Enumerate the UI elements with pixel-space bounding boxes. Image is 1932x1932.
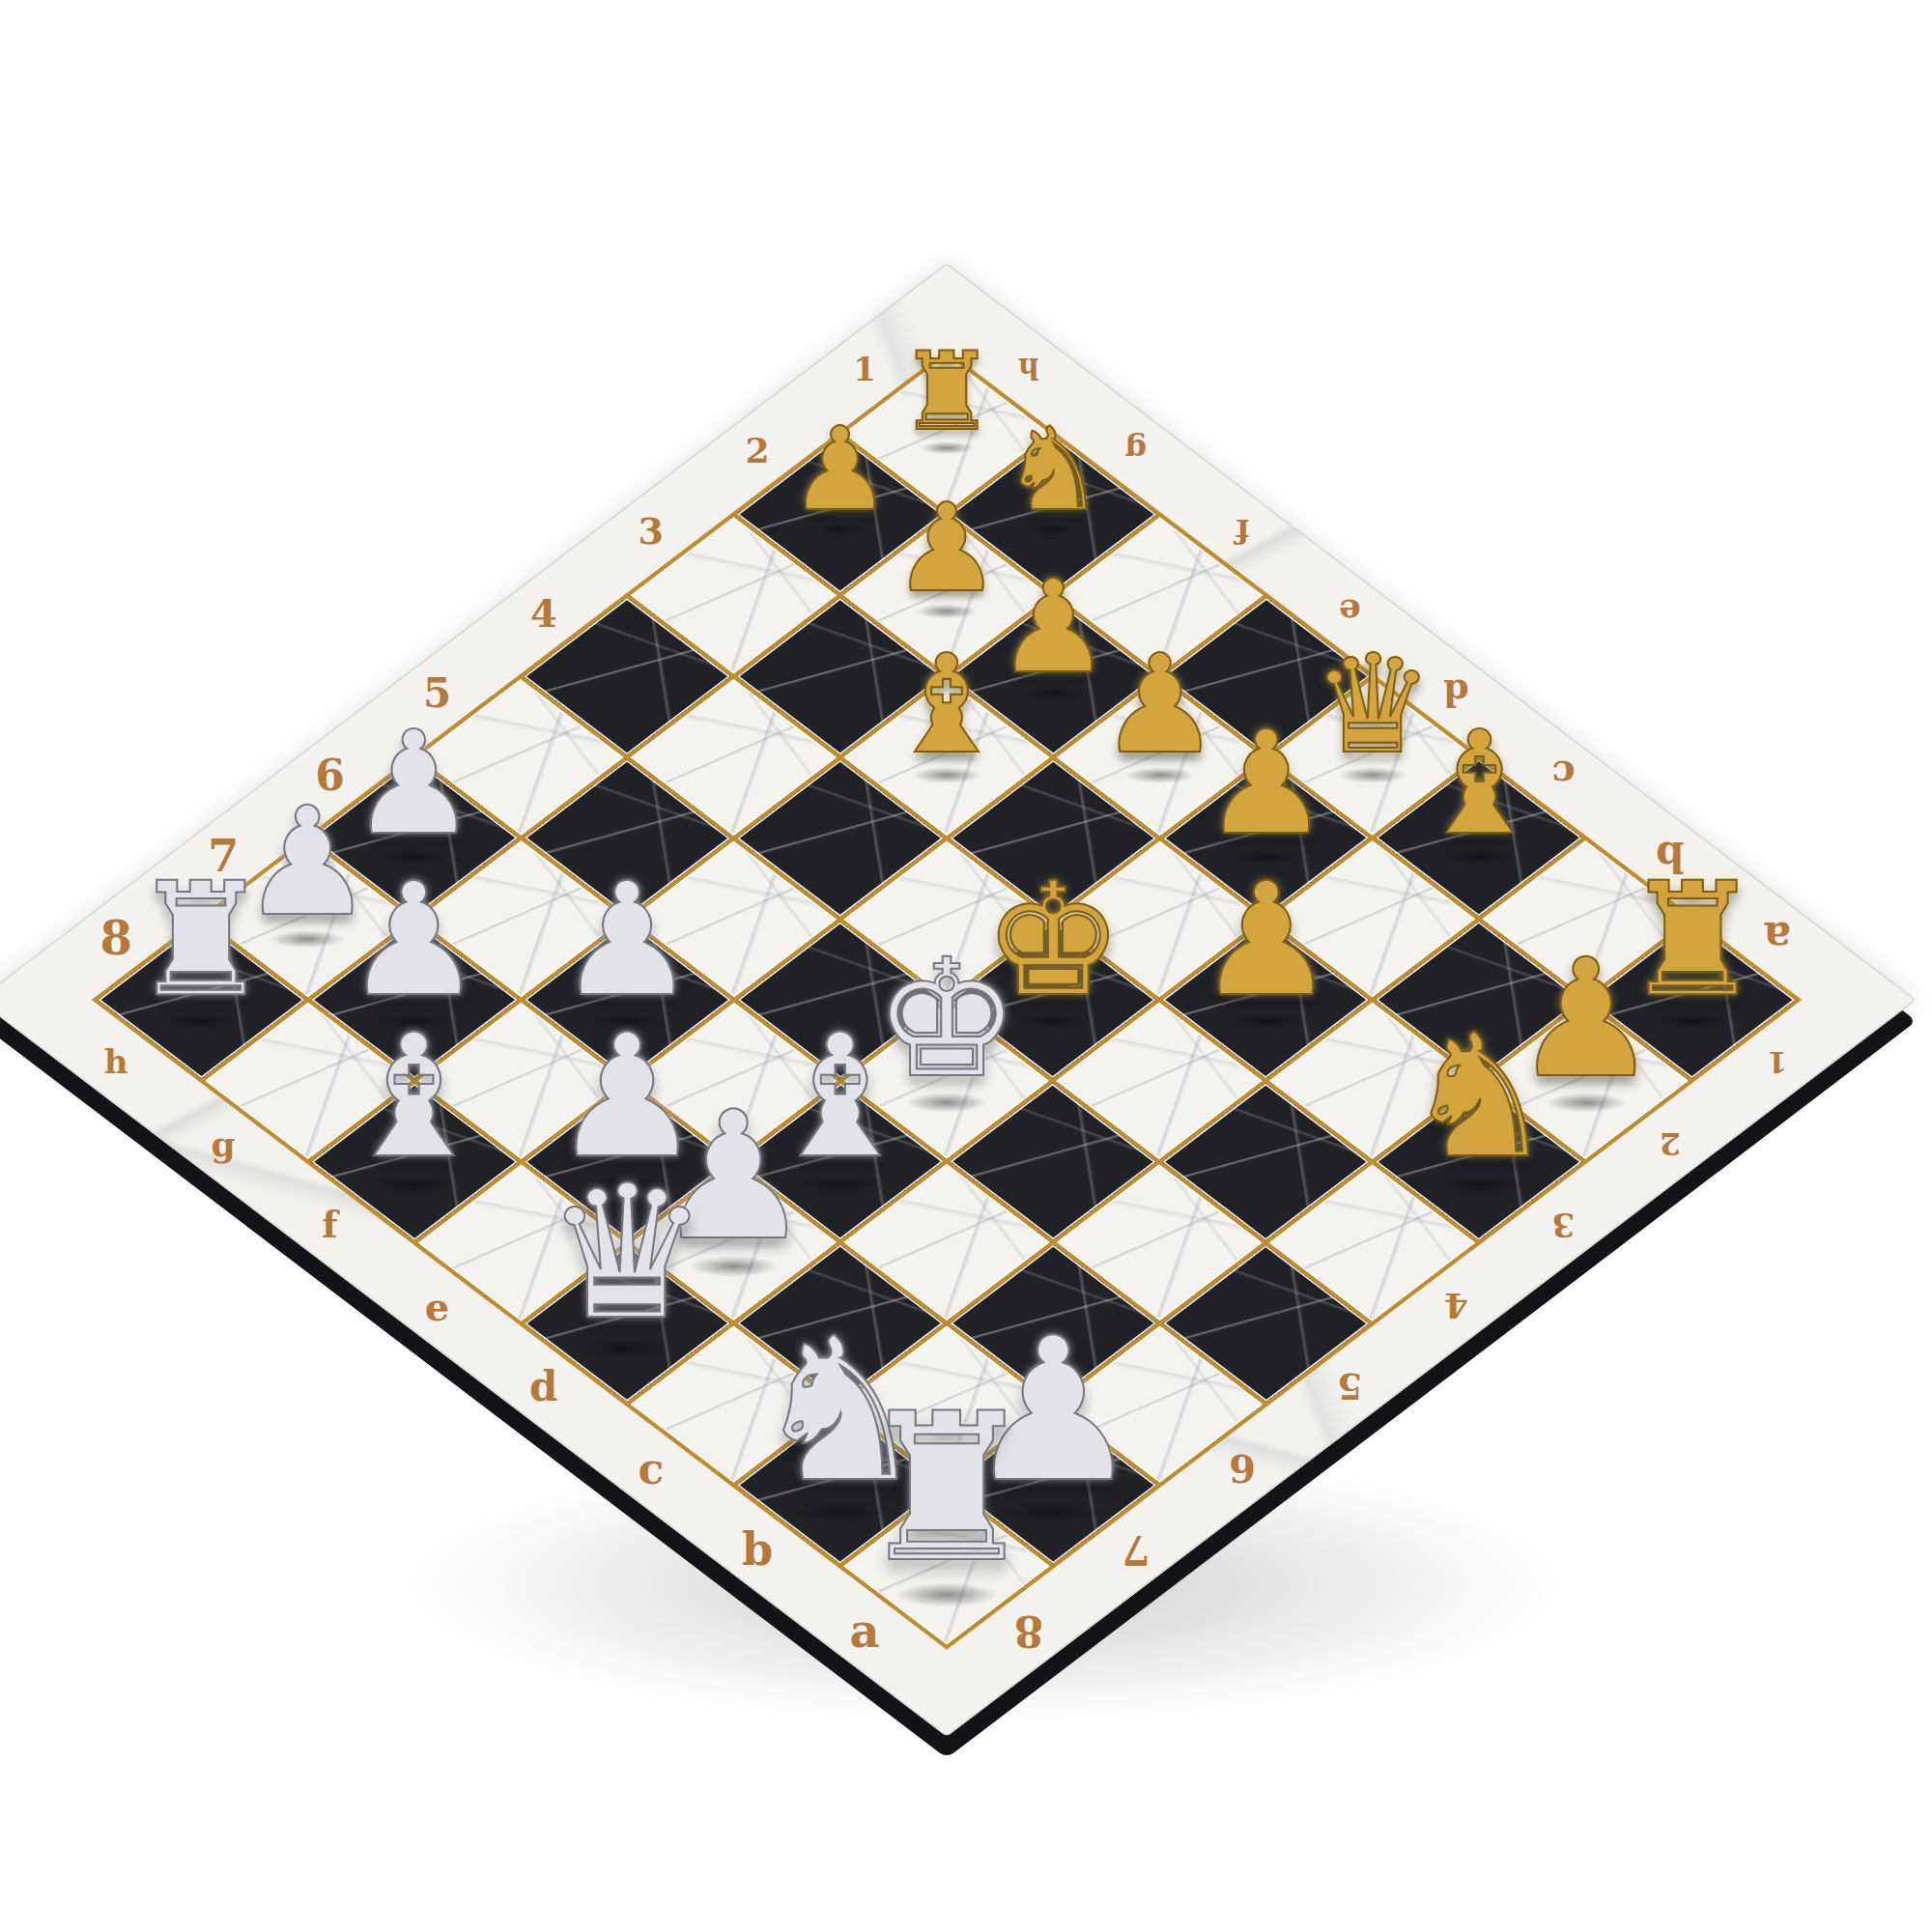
- silver-rook-glyph: ♜: [855, 1386, 1038, 1591]
- gold-pawn-glyph: ♟: [1202, 712, 1330, 855]
- gold-pawn-glyph: ♟: [1196, 862, 1336, 1018]
- piece-contact-shadow: [1111, 764, 1209, 787]
- gold-knight-glyph: ♞: [1403, 1012, 1555, 1182]
- piece-contact-shadow: [873, 1577, 1021, 1611]
- gold-knight-glyph: ♞: [1002, 413, 1105, 528]
- piece-contact-shadow: [908, 439, 986, 457]
- gold-rook-glyph: ♜: [898, 338, 995, 446]
- piece-contact-shadow: [1418, 1170, 1541, 1199]
- piece-contact-shadow: [1323, 764, 1422, 787]
- silver-queen-glyph: ♛: [545, 1161, 710, 1346]
- silver-bishop-glyph: ♝: [338, 1012, 491, 1182]
- piece-contact-shadow: [145, 1008, 258, 1035]
- product-photo-stage: ♜♞♛♝♜♟♟♟♟♟♟♝♟♞♚♚♟♟♝♟♟♟♟♟♜♝♛♞♜ 1hh12gg23f…: [0, 0, 1932, 1932]
- silver-rook-glyph: ♜: [131, 862, 271, 1018]
- gold-pawn-glyph: ♟: [996, 563, 1111, 692]
- piece-contact-shadow: [561, 1333, 695, 1364]
- gold-pawn-glyph: ♟: [788, 413, 892, 528]
- piece-contact-shadow: [897, 764, 996, 787]
- piece-contact-shadow: [1209, 1008, 1322, 1035]
- piece-contact-shadow: [1428, 845, 1531, 869]
- silver-pawn-glyph: ♟: [557, 862, 697, 1018]
- gold-bishop-glyph: ♝: [886, 638, 1008, 774]
- gold-pawn-glyph: ♟: [893, 488, 1002, 610]
- piece-contact-shadow: [354, 1170, 476, 1199]
- piece-contact-shadow: [903, 601, 991, 621]
- piece-contact-shadow: [799, 520, 882, 539]
- piece-contact-shadow: [1011, 520, 1094, 539]
- gold-bishop-glyph: ♝: [1415, 712, 1544, 855]
- silver-pawn-glyph: ♟: [344, 862, 484, 1018]
- piece-contact-shadow: [1007, 683, 1099, 705]
